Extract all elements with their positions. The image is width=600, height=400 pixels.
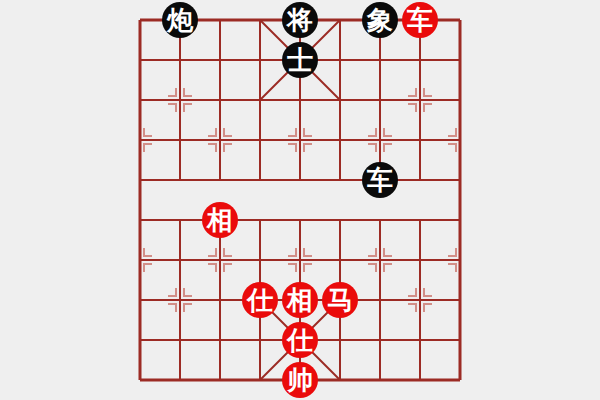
piece-red-general[interactable]: 帅 bbox=[282, 362, 318, 398]
piece-red-advisor-center[interactable]: 仕 bbox=[282, 322, 318, 358]
xiangqi-board: 炮将象车士车相仕相马仕帅 bbox=[120, 0, 480, 400]
piece-red-horse[interactable]: 马 bbox=[322, 282, 358, 318]
piece-black-advisor[interactable]: 士 bbox=[282, 42, 318, 78]
piece-black-cannon[interactable]: 炮 bbox=[162, 2, 198, 38]
xiangqi-screen: 炮将象车士车相仕相马仕帅 bbox=[0, 0, 600, 400]
piece-black-chariot[interactable]: 车 bbox=[362, 162, 398, 198]
piece-red-elephant-center[interactable]: 相 bbox=[282, 282, 318, 318]
piece-black-elephant[interactable]: 象 bbox=[362, 2, 398, 38]
piece-black-general[interactable]: 将 bbox=[282, 2, 318, 38]
piece-red-advisor-left[interactable]: 仕 bbox=[242, 282, 278, 318]
piece-red-chariot[interactable]: 车 bbox=[402, 2, 438, 38]
piece-red-elephant-left[interactable]: 相 bbox=[202, 202, 238, 238]
